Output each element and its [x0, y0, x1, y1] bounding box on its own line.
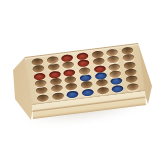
wooden-connect-four-photo: [0, 0, 160, 160]
blue-disc[interactable]: [112, 85, 125, 93]
empty-hole[interactable]: [36, 94, 49, 102]
blue-disc[interactable]: [67, 90, 80, 98]
empty-hole[interactable]: [62, 61, 75, 69]
empty-hole[interactable]: [122, 54, 135, 62]
empty-hole[interactable]: [50, 85, 63, 93]
empty-hole[interactable]: [127, 83, 140, 91]
empty-hole[interactable]: [97, 86, 110, 94]
empty-hole[interactable]: [51, 92, 64, 100]
blue-disc[interactable]: [82, 88, 95, 96]
